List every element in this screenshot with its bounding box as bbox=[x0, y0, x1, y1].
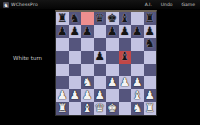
white-bishop-g2: ♝ bbox=[132, 90, 142, 102]
square-g7[interactable]: ♟ bbox=[131, 25, 144, 38]
square-b8[interactable]: ♞ bbox=[69, 12, 82, 25]
square-d2[interactable]: ♟ bbox=[94, 89, 107, 102]
square-g4[interactable] bbox=[131, 64, 144, 77]
square-f3[interactable]: ♟ bbox=[119, 76, 132, 89]
black-pawn-e7: ♟ bbox=[107, 26, 117, 38]
square-b4[interactable] bbox=[69, 64, 82, 77]
black-pawn-f7: ♟ bbox=[120, 26, 130, 38]
turn-status-label: White turn bbox=[13, 55, 42, 61]
white-knight-g1: ♞ bbox=[132, 103, 142, 115]
square-e6[interactable] bbox=[106, 38, 119, 51]
square-e2[interactable] bbox=[106, 89, 119, 102]
square-e8[interactable]: ♚ bbox=[106, 12, 119, 25]
square-h3[interactable] bbox=[144, 76, 157, 89]
black-bishop-f5: ♝ bbox=[120, 51, 130, 63]
square-a2[interactable]: ♟ bbox=[56, 89, 69, 102]
square-c5[interactable] bbox=[81, 51, 94, 64]
square-c2[interactable]: ♟ bbox=[81, 89, 94, 102]
square-h6[interactable]: ♞ bbox=[144, 38, 157, 51]
square-c1[interactable]: ♝ bbox=[81, 102, 94, 115]
white-queen-d1: ♛ bbox=[95, 103, 105, 115]
square-h7[interactable]: ♟ bbox=[144, 25, 157, 38]
white-pawn-e3: ♟ bbox=[107, 77, 117, 89]
app-title: WChessPro bbox=[11, 2, 38, 7]
square-b2[interactable]: ♟ bbox=[69, 89, 82, 102]
white-pawn-f3: ♟ bbox=[120, 77, 130, 89]
square-a1[interactable]: ♜ bbox=[56, 102, 69, 115]
square-h4[interactable] bbox=[144, 64, 157, 77]
square-f5[interactable]: ♝ bbox=[119, 51, 132, 64]
square-a7[interactable]: ♟ bbox=[56, 25, 69, 38]
square-e7[interactable]: ♟ bbox=[106, 25, 119, 38]
action-menu: A.I. Undo Game bbox=[145, 2, 195, 7]
white-pawn-h2: ♟ bbox=[145, 90, 155, 102]
square-d6[interactable] bbox=[94, 38, 107, 51]
square-h8[interactable]: ♜ bbox=[144, 12, 157, 25]
square-e3[interactable]: ♟ bbox=[106, 76, 119, 89]
square-d3[interactable] bbox=[94, 76, 107, 89]
square-d7[interactable] bbox=[94, 25, 107, 38]
black-queen-d8: ♛ bbox=[95, 13, 105, 25]
square-e4[interactable] bbox=[106, 64, 119, 77]
black-rook-a8: ♜ bbox=[57, 13, 67, 25]
square-h1[interactable]: ♜ bbox=[144, 102, 157, 115]
square-f2[interactable] bbox=[119, 89, 132, 102]
black-pawn-c7: ♟ bbox=[82, 26, 92, 38]
square-d5[interactable]: ♟ bbox=[94, 51, 107, 64]
square-g6[interactable] bbox=[131, 38, 144, 51]
black-bishop-f8: ♝ bbox=[120, 13, 130, 25]
square-h2[interactable]: ♟ bbox=[144, 89, 157, 102]
square-c3[interactable]: ♞ bbox=[81, 76, 94, 89]
app-icon knight-icon: ♞ bbox=[3, 2, 9, 8]
square-h5[interactable] bbox=[144, 51, 157, 64]
square-g3[interactable]: ♟ bbox=[131, 76, 144, 89]
white-pawn-a2: ♟ bbox=[57, 90, 67, 102]
chess-board: ♜♞♛♚♝♜♟♟♟♟♟♟♟♞♟♝♞♟♟♟♟♟♟♟♝♟♜♝♛♚♞♜ bbox=[55, 10, 157, 116]
square-g5[interactable] bbox=[131, 51, 144, 64]
white-bishop-c1: ♝ bbox=[82, 103, 92, 115]
square-f4[interactable] bbox=[119, 64, 132, 77]
square-d1[interactable]: ♛ bbox=[94, 102, 107, 115]
black-rook-h8: ♜ bbox=[145, 13, 155, 25]
square-d4[interactable] bbox=[94, 64, 107, 77]
square-g1[interactable]: ♞ bbox=[131, 102, 144, 115]
square-a5[interactable] bbox=[56, 51, 69, 64]
white-knight-c3: ♞ bbox=[82, 77, 92, 89]
square-e1[interactable]: ♚ bbox=[106, 102, 119, 115]
black-pawn-g7: ♟ bbox=[132, 26, 142, 38]
square-e5[interactable] bbox=[106, 51, 119, 64]
black-pawn-h7: ♟ bbox=[145, 26, 155, 38]
white-pawn-d2: ♟ bbox=[95, 90, 105, 102]
white-rook-h1: ♜ bbox=[145, 103, 155, 115]
black-king-e8: ♚ bbox=[107, 13, 117, 25]
black-pawn-b7: ♟ bbox=[70, 26, 80, 38]
square-a4[interactable] bbox=[56, 64, 69, 77]
square-b7[interactable]: ♟ bbox=[69, 25, 82, 38]
white-pawn-b2: ♟ bbox=[70, 90, 80, 102]
square-a8[interactable]: ♜ bbox=[56, 12, 69, 25]
square-c7[interactable]: ♟ bbox=[81, 25, 94, 38]
square-f1[interactable] bbox=[119, 102, 132, 115]
square-d8[interactable]: ♛ bbox=[94, 12, 107, 25]
square-c6[interactable] bbox=[81, 38, 94, 51]
white-pawn-g3: ♟ bbox=[132, 77, 142, 89]
top-action-bar: ♞ WChessPro A.I. Undo Game bbox=[0, 0, 200, 9]
white-king-e1: ♚ bbox=[107, 103, 117, 115]
black-knight-b8: ♞ bbox=[70, 13, 80, 25]
square-g2[interactable]: ♝ bbox=[131, 89, 144, 102]
square-b1[interactable] bbox=[69, 102, 82, 115]
menu-item-game[interactable]: Game bbox=[182, 2, 195, 7]
square-a6[interactable] bbox=[56, 38, 69, 51]
square-c8[interactable] bbox=[81, 12, 94, 25]
square-a3[interactable] bbox=[56, 76, 69, 89]
square-b6[interactable] bbox=[69, 38, 82, 51]
white-rook-a1: ♜ bbox=[57, 103, 67, 115]
black-pawn-a7: ♟ bbox=[57, 26, 67, 38]
black-knight-h6: ♞ bbox=[145, 38, 155, 50]
square-c4[interactable] bbox=[81, 64, 94, 77]
menu-item-ai[interactable]: A.I. bbox=[145, 2, 152, 7]
black-pawn-d5: ♟ bbox=[95, 51, 105, 63]
square-f7[interactable]: ♟ bbox=[119, 25, 132, 38]
square-f8[interactable]: ♝ bbox=[119, 12, 132, 25]
square-g8[interactable] bbox=[131, 12, 144, 25]
menu-item-undo[interactable]: Undo bbox=[161, 2, 173, 7]
square-b3[interactable] bbox=[69, 76, 82, 89]
square-b5[interactable] bbox=[69, 51, 82, 64]
square-f6[interactable] bbox=[119, 38, 132, 51]
white-pawn-c2: ♟ bbox=[82, 90, 92, 102]
